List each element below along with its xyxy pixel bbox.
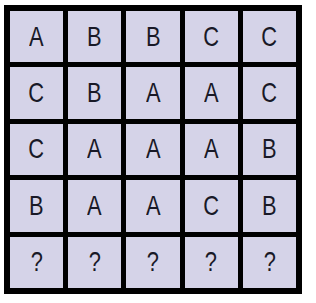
cell-letter: C xyxy=(203,192,219,220)
cell-letter: A xyxy=(146,135,161,163)
grid-cell-r4c5: B xyxy=(243,180,296,231)
cell-letter: ? xyxy=(147,248,159,276)
puzzle-grid: ABBCCCBAACCAAABBAACB????? xyxy=(4,5,302,294)
grid-cell-r2c3: A xyxy=(126,67,179,118)
cell-letter: A xyxy=(87,192,102,220)
grid-cell-r1c1: A xyxy=(10,11,63,62)
cell-letter: A xyxy=(204,79,219,107)
cell-letter: C xyxy=(262,23,278,51)
cell-letter: B xyxy=(146,23,161,51)
grid-cell-r4c3: A xyxy=(126,180,179,231)
cell-letter: A xyxy=(204,135,219,163)
grid-cell-r2c5: C xyxy=(243,67,296,118)
cell-letter: C xyxy=(29,135,45,163)
cell-letter: C xyxy=(29,79,45,107)
cell-letter: A xyxy=(87,135,102,163)
grid-cell-r4c4: C xyxy=(185,180,238,231)
cell-letter: B xyxy=(87,79,102,107)
grid-cell-r3c5: B xyxy=(243,124,296,175)
grid-cell-r2c4: A xyxy=(185,67,238,118)
grid-cell-r5c3: ? xyxy=(126,237,179,288)
grid-cell-r3c3: A xyxy=(126,124,179,175)
grid-cell-r1c4: C xyxy=(185,11,238,62)
cell-letter: A xyxy=(29,23,44,51)
cell-letter: ? xyxy=(89,248,101,276)
grid-cell-r2c2: B xyxy=(68,67,121,118)
grid-cell-r3c4: A xyxy=(185,124,238,175)
cell-letter: B xyxy=(29,192,44,220)
grid-cell-r1c2: B xyxy=(68,11,121,62)
grid-cell-r4c2: A xyxy=(68,180,121,231)
grid-cell-r3c1: C xyxy=(10,124,63,175)
grid-cell-r4c1: B xyxy=(10,180,63,231)
grid-cell-r1c3: B xyxy=(126,11,179,62)
cell-letter: C xyxy=(203,23,219,51)
grid-cell-r5c4: ? xyxy=(185,237,238,288)
cell-letter: A xyxy=(146,192,161,220)
cell-letter: ? xyxy=(31,248,43,276)
cell-letter: ? xyxy=(263,248,275,276)
grid-cell-r5c1: ? xyxy=(10,237,63,288)
grid-cell-r5c5: ? xyxy=(243,237,296,288)
grid-cell-r1c5: C xyxy=(243,11,296,62)
grid-cell-r5c2: ? xyxy=(68,237,121,288)
cell-letter: ? xyxy=(205,248,217,276)
cell-letter: B xyxy=(262,135,277,163)
grid-cell-r2c1: C xyxy=(10,67,63,118)
grid-cell-r3c2: A xyxy=(68,124,121,175)
cell-letter: B xyxy=(262,192,277,220)
cell-letter: B xyxy=(87,23,102,51)
cell-letter: C xyxy=(262,79,278,107)
cell-letter: A xyxy=(146,79,161,107)
